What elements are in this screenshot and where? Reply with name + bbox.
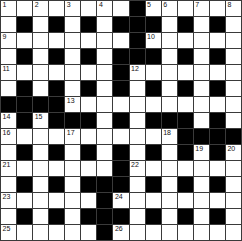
black-cell-r9c7 — [113, 145, 128, 160]
cell-r9c4[interactable] — [65, 145, 80, 160]
cell-r12c4[interactable] — [65, 193, 80, 208]
cell-r8c5[interactable] — [81, 129, 96, 144]
cell-r4c0[interactable]: 11 — [1, 65, 16, 80]
black-cell-r13c9 — [146, 209, 161, 224]
cell-r8c6[interactable] — [97, 129, 112, 144]
cell-r10c3[interactable] — [49, 161, 64, 176]
cell-r3c2[interactable] — [33, 49, 48, 64]
black-cell-r3c9 — [146, 49, 161, 64]
cell-r10c4[interactable] — [65, 161, 80, 176]
cell-r10c12[interactable] — [194, 161, 209, 176]
black-cell-r13c11 — [178, 209, 193, 224]
black-cell-r7c3 — [49, 113, 64, 128]
cell-r6c6[interactable] — [97, 97, 112, 112]
black-cell-r6c0 — [1, 97, 16, 112]
black-cell-r6c1 — [17, 97, 32, 112]
cell-r14c4[interactable] — [65, 225, 80, 240]
cell-r3c10[interactable] — [162, 49, 177, 64]
cell-r0c0[interactable]: 1 — [1, 1, 16, 16]
cell-r7c6[interactable] — [97, 113, 112, 128]
cell-r4c8[interactable]: 12 — [130, 65, 145, 80]
cell-r0c5[interactable] — [81, 1, 96, 16]
clue-number-11: 11 — [3, 65, 10, 73]
cell-r4c12[interactable] — [194, 65, 209, 80]
clue-number-1: 1 — [3, 1, 7, 9]
cell-r2c6[interactable] — [97, 33, 112, 48]
black-cell-r3c8 — [130, 49, 145, 64]
cell-r4c1[interactable] — [17, 65, 32, 80]
cell-r11c4[interactable] — [65, 177, 80, 192]
cell-r10c11[interactable] — [178, 161, 193, 176]
clue-number-18: 18 — [163, 129, 171, 137]
black-cell-r1c5 — [81, 17, 96, 32]
cell-r9c8[interactable] — [130, 145, 145, 160]
cell-r7c0[interactable]: 14 — [1, 113, 16, 128]
clue-number-16: 16 — [3, 129, 11, 137]
cell-r2c2[interactable] — [33, 33, 48, 48]
cell-r4c2[interactable] — [33, 65, 48, 80]
black-cell-r8c12 — [194, 129, 209, 144]
black-cell-r7c5 — [81, 113, 96, 128]
black-cell-r7c4 — [65, 113, 80, 128]
cell-r10c1[interactable] — [17, 161, 32, 176]
clue-number-3: 3 — [67, 1, 71, 9]
cell-r3c6[interactable] — [97, 49, 112, 64]
cell-r2c7[interactable] — [113, 33, 128, 48]
cell-r0c4[interactable]: 3 — [65, 1, 80, 16]
cell-r14c3[interactable] — [49, 225, 64, 240]
cell-r14c11[interactable] — [178, 225, 193, 240]
cell-r3c0[interactable] — [1, 49, 16, 64]
cell-r0c7[interactable] — [113, 1, 128, 16]
cell-r12c13[interactable] — [210, 193, 225, 208]
black-cell-r13c3 — [49, 209, 64, 224]
black-cell-r11c11 — [178, 177, 193, 192]
cell-r9c14[interactable]: 20 — [226, 145, 241, 160]
crossword-grid: 1234567891011121314151617181920212223242… — [0, 0, 242, 241]
cell-r9c10[interactable] — [162, 145, 177, 160]
cell-r4c3[interactable] — [49, 65, 64, 80]
cell-r13c8[interactable] — [130, 209, 145, 224]
cell-r3c14[interactable] — [226, 49, 241, 64]
clue-number-24: 24 — [115, 193, 123, 201]
cell-r2c12[interactable] — [194, 33, 209, 48]
clue-number-17: 17 — [67, 129, 75, 137]
cell-r2c5[interactable] — [81, 33, 96, 48]
cell-r5c8[interactable] — [130, 81, 145, 96]
clue-number-20: 20 — [227, 145, 235, 153]
cell-r12c1[interactable] — [17, 193, 32, 208]
cell-r12c9[interactable] — [146, 193, 161, 208]
cell-r14c12[interactable] — [194, 225, 209, 240]
cell-r4c6[interactable] — [97, 65, 112, 80]
black-cell-r7c10 — [162, 113, 177, 128]
black-cell-r5c13 — [210, 81, 225, 96]
cell-r11c0[interactable] — [1, 177, 16, 192]
cell-r3c4[interactable] — [65, 49, 80, 64]
black-cell-r5c9 — [146, 81, 161, 96]
cell-r1c6[interactable] — [97, 17, 112, 32]
clue-number-25: 25 — [3, 225, 11, 233]
cell-r13c0[interactable] — [1, 209, 16, 224]
black-cell-r14c6 — [97, 225, 112, 240]
cell-r8c9[interactable] — [146, 129, 161, 144]
cell-r10c14[interactable] — [226, 161, 241, 176]
cell-r14c9[interactable] — [146, 225, 161, 240]
cell-r9c2[interactable] — [33, 145, 48, 160]
cell-r14c0[interactable]: 25 — [1, 225, 16, 240]
clue-number-4: 4 — [99, 1, 103, 9]
cell-r2c10[interactable] — [162, 33, 177, 48]
cell-r11c10[interactable] — [162, 177, 177, 192]
cell-r2c14[interactable] — [226, 33, 241, 48]
cell-r1c10[interactable] — [162, 17, 177, 32]
cell-r11c2[interactable] — [33, 177, 48, 192]
black-cell-r13c6 — [97, 209, 112, 224]
cell-r2c13[interactable] — [210, 33, 225, 48]
cell-r1c4[interactable] — [65, 17, 80, 32]
cell-r14c13[interactable] — [210, 225, 225, 240]
cell-r11c8[interactable] — [130, 177, 145, 192]
black-cell-r3c7 — [113, 49, 128, 64]
cell-r12c5[interactable] — [81, 193, 96, 208]
cell-r5c2[interactable] — [33, 81, 48, 96]
clue-number-6: 6 — [163, 1, 167, 9]
cell-r1c12[interactable] — [194, 17, 209, 32]
black-cell-r5c5 — [81, 81, 96, 96]
cell-r4c10[interactable] — [162, 65, 177, 80]
cell-r7c8[interactable] — [130, 113, 145, 128]
cell-r6c7[interactable] — [113, 97, 128, 112]
clue-number-26: 26 — [115, 225, 123, 233]
black-cell-r6c3 — [49, 97, 64, 112]
black-cell-r7c13 — [210, 113, 225, 128]
clue-number-8: 8 — [227, 1, 231, 9]
cell-r4c9[interactable] — [146, 65, 161, 80]
clue-number-13: 13 — [67, 97, 75, 105]
cell-r0c9[interactable]: 5 — [146, 1, 161, 16]
black-cell-r1c8 — [130, 17, 145, 32]
cell-r14c2[interactable] — [33, 225, 48, 240]
cell-r10c5[interactable] — [81, 161, 96, 176]
cell-r4c14[interactable] — [226, 65, 241, 80]
cell-r11c14[interactable] — [226, 177, 241, 192]
black-cell-r5c3 — [49, 81, 64, 96]
cell-r10c0[interactable]: 21 — [1, 161, 16, 176]
black-cell-r13c1 — [17, 209, 32, 224]
cell-r2c9[interactable]: 10 — [146, 33, 161, 48]
black-cell-r3c5 — [81, 49, 96, 64]
cell-r0c10[interactable]: 6 — [162, 1, 177, 16]
cell-r12c14[interactable] — [226, 193, 241, 208]
cell-r10c13[interactable] — [210, 161, 225, 176]
black-cell-r12c6 — [97, 193, 112, 208]
clue-number-21: 21 — [3, 161, 11, 169]
cell-r9c0[interactable] — [1, 145, 16, 160]
cell-r12c2[interactable] — [33, 193, 48, 208]
black-cell-r9c5 — [81, 145, 96, 160]
cell-r7c14[interactable] — [226, 113, 241, 128]
cell-r6c12[interactable] — [194, 97, 209, 112]
cell-r2c4[interactable] — [65, 33, 80, 48]
cell-r14c1[interactable] — [17, 225, 32, 240]
clue-number-10: 10 — [147, 33, 155, 41]
black-cell-r11c5 — [81, 177, 96, 192]
cell-r8c0[interactable]: 16 — [1, 129, 16, 144]
clue-number-22: 22 — [131, 161, 139, 169]
cell-r12c0[interactable]: 23 — [1, 193, 16, 208]
cell-r4c5[interactable] — [81, 65, 96, 80]
cell-r10c10[interactable] — [162, 161, 177, 176]
black-cell-r10c7 — [113, 161, 128, 176]
cell-r14c7[interactable]: 26 — [113, 225, 128, 240]
cell-r12c10[interactable] — [162, 193, 177, 208]
clue-number-7: 7 — [195, 1, 199, 9]
clue-number-12: 12 — [131, 65, 139, 73]
cell-r9c6[interactable] — [97, 145, 112, 160]
cell-r13c10[interactable] — [162, 209, 177, 224]
black-cell-r7c11 — [178, 113, 193, 128]
cell-r14c10[interactable] — [162, 225, 177, 240]
cell-r6c4[interactable]: 13 — [65, 97, 80, 112]
cell-r7c12[interactable] — [194, 113, 209, 128]
black-cell-r13c13 — [210, 209, 225, 224]
cell-r13c14[interactable] — [226, 209, 241, 224]
black-cell-r1c7 — [113, 17, 128, 32]
cell-r14c8[interactable] — [130, 225, 145, 240]
cell-r0c12[interactable]: 7 — [194, 1, 209, 16]
cell-r1c14[interactable] — [226, 17, 241, 32]
clue-number-23: 23 — [3, 193, 11, 201]
black-cell-r5c1 — [17, 81, 32, 96]
cell-r5c10[interactable] — [162, 81, 177, 96]
cell-r14c14[interactable] — [226, 225, 241, 240]
cell-r10c6[interactable] — [97, 161, 112, 176]
cell-r0c1[interactable] — [17, 1, 32, 16]
black-cell-r1c11 — [178, 17, 193, 32]
cell-r8c1[interactable] — [17, 129, 32, 144]
cell-r12c11[interactable] — [178, 193, 193, 208]
cell-r8c4[interactable]: 17 — [65, 129, 80, 144]
black-cell-r3c3 — [49, 49, 64, 64]
cell-r12c3[interactable] — [49, 193, 64, 208]
cell-r8c8[interactable] — [130, 129, 145, 144]
cell-r2c11[interactable] — [178, 33, 193, 48]
cell-r8c2[interactable] — [33, 129, 48, 144]
black-cell-r3c13 — [210, 49, 225, 64]
cell-r6c14[interactable] — [226, 97, 241, 112]
cell-r5c14[interactable] — [226, 81, 241, 96]
cell-r0c11[interactable] — [178, 1, 193, 16]
black-cell-r13c5 — [81, 209, 96, 224]
clue-number-14: 14 — [3, 113, 11, 121]
black-cell-r7c7 — [113, 113, 128, 128]
black-cell-r0c8 — [130, 1, 145, 16]
black-cell-r9c13 — [210, 145, 225, 160]
cell-r13c12[interactable] — [194, 209, 209, 224]
cell-r5c0[interactable] — [1, 81, 16, 96]
cell-r14c5[interactable] — [81, 225, 96, 240]
black-cell-r5c11 — [178, 81, 193, 96]
cell-r4c4[interactable] — [65, 65, 80, 80]
cell-r6c5[interactable] — [81, 97, 96, 112]
cell-r4c11[interactable] — [178, 65, 193, 80]
cell-r7c2[interactable]: 15 — [33, 113, 48, 128]
cell-r8c7[interactable] — [113, 129, 128, 144]
black-cell-r11c1 — [17, 177, 32, 192]
black-cell-r1c13 — [210, 17, 225, 32]
black-cell-r1c1 — [17, 17, 32, 32]
black-cell-r7c1 — [17, 113, 32, 128]
black-cell-r9c3 — [49, 145, 64, 160]
clue-number-5: 5 — [147, 1, 151, 9]
cell-r0c14[interactable]: 8 — [226, 1, 241, 16]
black-cell-r9c9 — [146, 145, 161, 160]
clue-number-9: 9 — [3, 33, 7, 41]
black-cell-r4c7 — [113, 65, 128, 80]
clue-number-2: 2 — [35, 1, 39, 9]
black-cell-r8c11 — [178, 129, 193, 144]
black-cell-r1c3 — [49, 17, 64, 32]
cell-r13c2[interactable] — [33, 209, 48, 224]
black-cell-r11c9 — [146, 177, 161, 192]
cell-r3c12[interactable] — [194, 49, 209, 64]
cell-r5c12[interactable] — [194, 81, 209, 96]
black-cell-r8c14 — [226, 129, 241, 144]
black-cell-r6c2 — [33, 97, 48, 112]
black-cell-r13c7 — [113, 209, 128, 224]
cell-r0c3[interactable] — [49, 1, 64, 16]
cell-r10c9[interactable] — [146, 161, 161, 176]
cell-r6c10[interactable] — [162, 97, 177, 112]
black-cell-r3c1 — [17, 49, 32, 64]
cell-r6c11[interactable] — [178, 97, 193, 112]
black-cell-r1c9 — [146, 17, 161, 32]
cell-r5c6[interactable] — [97, 81, 112, 96]
black-cell-r11c7 — [113, 177, 128, 192]
cell-r12c7[interactable]: 24 — [113, 193, 128, 208]
black-cell-r11c6 — [97, 177, 112, 192]
cell-r0c13[interactable] — [210, 1, 225, 16]
cell-r4c13[interactable] — [210, 65, 225, 80]
clue-number-19: 19 — [195, 145, 203, 153]
cell-r6c13[interactable] — [210, 97, 225, 112]
cell-r0c2[interactable]: 2 — [33, 1, 48, 16]
cell-r9c12[interactable]: 19 — [194, 145, 209, 160]
cell-r13c4[interactable] — [65, 209, 80, 224]
cell-r1c2[interactable] — [33, 17, 48, 32]
cell-r1c0[interactable] — [1, 17, 16, 32]
cell-r6c9[interactable] — [146, 97, 161, 112]
cell-r5c4[interactable] — [65, 81, 80, 96]
cell-r10c8[interactable]: 22 — [130, 161, 145, 176]
cell-r12c12[interactable] — [194, 193, 209, 208]
cell-r10c2[interactable] — [33, 161, 48, 176]
cell-r11c12[interactable] — [194, 177, 209, 192]
black-cell-r2c8 — [130, 33, 145, 48]
clue-number-15: 15 — [35, 113, 43, 121]
black-cell-r8c13 — [210, 129, 225, 144]
black-cell-r11c13 — [210, 177, 225, 192]
cell-r0c6[interactable]: 4 — [97, 1, 112, 16]
black-cell-r11c3 — [49, 177, 64, 192]
black-cell-r5c7 — [113, 81, 128, 96]
cell-r2c1[interactable] — [17, 33, 32, 48]
cell-r6c8[interactable] — [130, 97, 145, 112]
black-cell-r3c11 — [178, 49, 193, 64]
cell-r8c3[interactable] — [49, 129, 64, 144]
cell-r12c8[interactable] — [130, 193, 145, 208]
black-cell-r7c9 — [146, 113, 161, 128]
black-cell-r9c11 — [178, 145, 193, 160]
cell-r2c0[interactable]: 9 — [1, 33, 16, 48]
black-cell-r9c1 — [17, 145, 32, 160]
cell-r2c3[interactable] — [49, 33, 64, 48]
cell-r8c10[interactable]: 18 — [162, 129, 177, 144]
